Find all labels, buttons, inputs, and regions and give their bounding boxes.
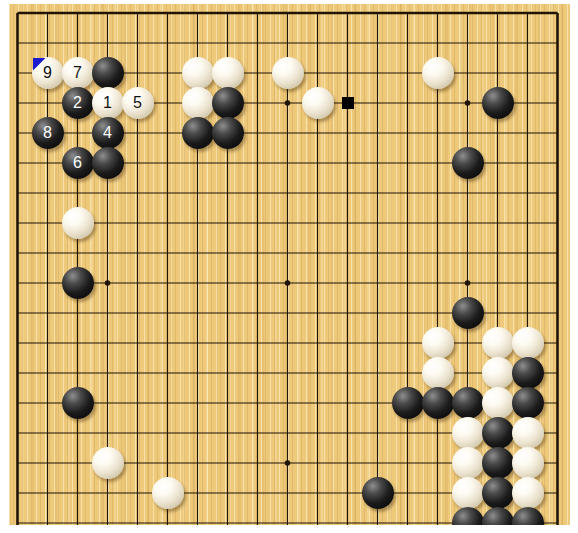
white-stone[interactable] [92, 447, 124, 479]
black-stone[interactable] [392, 387, 424, 419]
black-stone[interactable] [452, 297, 484, 329]
black-stone-move-4[interactable]: 4 [92, 117, 124, 149]
black-stone-move-6[interactable]: 6 [62, 147, 94, 179]
white-stone[interactable] [482, 387, 514, 419]
white-stone[interactable] [422, 357, 454, 389]
move-number: 7 [62, 65, 94, 81]
white-stone[interactable] [482, 357, 514, 389]
black-stone[interactable] [92, 147, 124, 179]
black-stone[interactable] [482, 507, 514, 525]
move-number: 4 [92, 125, 124, 141]
black-stone[interactable] [182, 117, 214, 149]
black-stone[interactable] [512, 357, 544, 389]
white-stone-move-5[interactable]: 5 [122, 87, 154, 119]
white-stone[interactable] [512, 327, 544, 359]
board-grid[interactable]: 97215846 [9, 4, 570, 525]
black-stone[interactable] [482, 447, 514, 479]
white-stone[interactable] [272, 57, 304, 89]
black-stone[interactable] [512, 387, 544, 419]
black-stone[interactable] [92, 57, 124, 89]
black-stone[interactable] [62, 387, 94, 419]
black-stone[interactable] [212, 117, 244, 149]
white-stone[interactable] [212, 57, 244, 89]
move-number: 1 [92, 95, 124, 111]
black-stone[interactable] [62, 267, 94, 299]
white-stone[interactable] [452, 477, 484, 509]
move-number: 2 [62, 95, 94, 111]
white-stone[interactable] [512, 447, 544, 479]
black-stone[interactable] [422, 387, 454, 419]
black-stone[interactable] [452, 387, 484, 419]
white-stone[interactable] [482, 327, 514, 359]
black-stone[interactable] [362, 477, 394, 509]
white-stone[interactable] [512, 417, 544, 449]
go-board[interactable]: 97215846 [9, 4, 570, 525]
white-stone[interactable] [302, 87, 334, 119]
move-number: 5 [122, 95, 154, 111]
white-stone[interactable] [452, 417, 484, 449]
move-number: 8 [32, 125, 64, 141]
white-stone[interactable] [512, 477, 544, 509]
white-stone[interactable] [62, 207, 94, 239]
white-stone-move-1[interactable]: 1 [92, 87, 124, 119]
go-diagram-screenshot: 97215846 [0, 0, 578, 533]
white-stone-move-7[interactable]: 7 [62, 57, 94, 89]
white-stone[interactable] [152, 477, 184, 509]
black-stone[interactable] [452, 507, 484, 525]
black-stone[interactable] [482, 417, 514, 449]
black-stone[interactable] [212, 87, 244, 119]
white-stone[interactable] [422, 57, 454, 89]
white-stone[interactable] [452, 447, 484, 479]
black-stone[interactable] [482, 87, 514, 119]
white-stone[interactable] [182, 57, 214, 89]
white-stone[interactable] [182, 87, 214, 119]
black-stone[interactable] [512, 507, 544, 525]
black-stone[interactable] [452, 147, 484, 179]
black-stone-move-2[interactable]: 2 [62, 87, 94, 119]
white-stone[interactable] [422, 327, 454, 359]
game-move-square-marker [342, 97, 354, 109]
move-number: 6 [62, 155, 94, 171]
black-stone[interactable] [482, 477, 514, 509]
black-stone-move-8[interactable]: 8 [32, 117, 64, 149]
